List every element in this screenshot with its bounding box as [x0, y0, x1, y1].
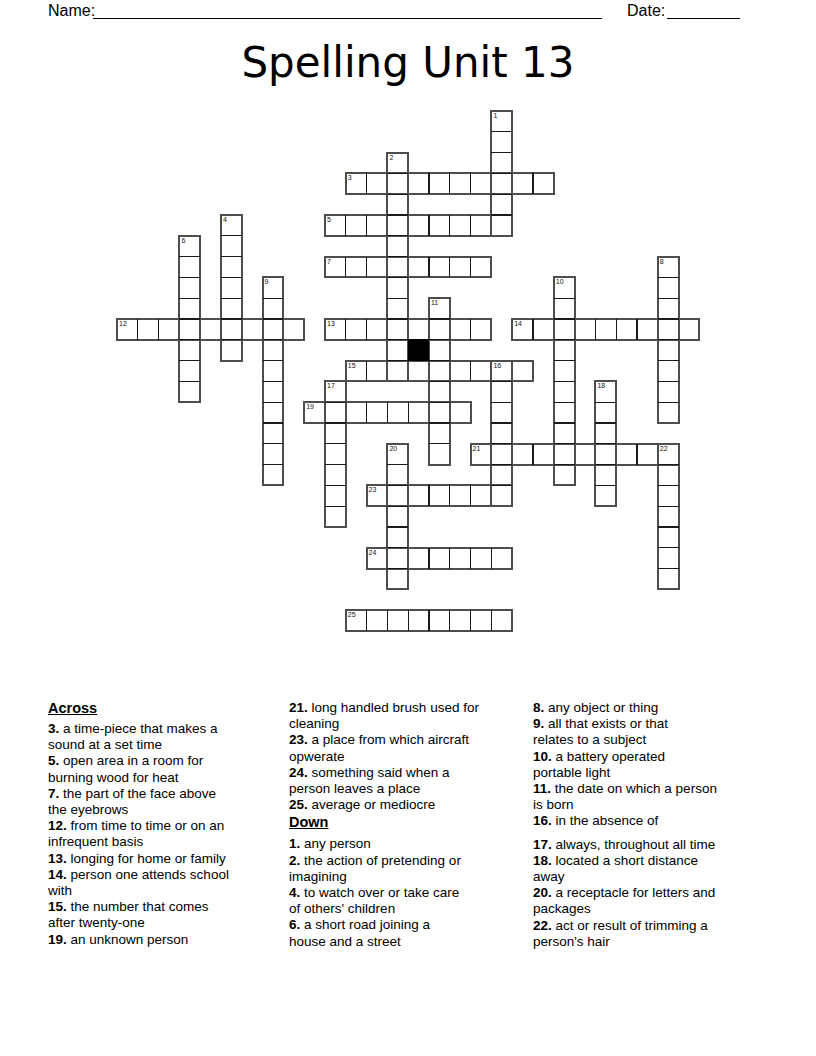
- grid-line: [491, 402, 512, 403]
- cell-number-13: 13: [325, 319, 335, 328]
- grid-line: [428, 173, 429, 194]
- grid-line: [263, 402, 284, 403]
- grid-line: [532, 319, 533, 340]
- grid-line: [179, 256, 200, 257]
- cell-number-2: 2: [387, 153, 393, 162]
- clue-text: the number that comes after twenty-one: [48, 899, 209, 930]
- clue-number: 21.: [289, 700, 308, 715]
- grid-line: [387, 610, 388, 631]
- grid-line: [221, 339, 242, 340]
- clue-13-across: 13. longing for home or family: [48, 851, 286, 867]
- cell-number-6: 6: [179, 236, 185, 245]
- grid-line: [470, 485, 471, 506]
- date-label: Date:: [627, 2, 665, 20]
- grid-line: [345, 215, 346, 236]
- grid-line: [470, 319, 471, 340]
- clue-number: 13.: [48, 851, 67, 866]
- clue-number: 1.: [289, 836, 300, 851]
- cell-number-22: 22: [658, 444, 668, 453]
- clue-number: 18.: [533, 853, 552, 868]
- clue-number: 25.: [289, 797, 308, 812]
- clue-text: any object or thing: [544, 700, 658, 715]
- grid-line: [387, 464, 408, 465]
- clue-number: 15.: [48, 899, 67, 914]
- clue-text: average or mediocre: [308, 797, 436, 812]
- grid-line: [366, 215, 367, 236]
- clue-number: 10.: [533, 749, 552, 764]
- grid-line: [263, 339, 284, 340]
- grid-line: [428, 610, 429, 631]
- grid-line: [345, 319, 346, 340]
- grid-line: [491, 131, 512, 132]
- grid-line: [658, 298, 679, 299]
- grid-line: [491, 485, 512, 486]
- grid-line: [263, 318, 284, 319]
- down-clue-list: 1. any person2. the action of pretending…: [289, 836, 529, 949]
- grid-line: [325, 506, 346, 507]
- clue-18-down: 18. located a short distance away: [533, 853, 786, 885]
- across-heading: Across: [48, 700, 286, 716]
- grid-line: [387, 402, 388, 423]
- grid-line: [179, 277, 200, 278]
- clue-text: long handled brush used for cleaning: [289, 700, 479, 731]
- grid-line: [387, 298, 408, 299]
- grid-line: [387, 547, 408, 548]
- grid-line: [221, 277, 242, 278]
- clue-number: 2.: [289, 853, 300, 868]
- cell-number-10: 10: [554, 277, 564, 286]
- grid-line: [387, 506, 408, 507]
- grid-line: [429, 443, 450, 444]
- clue-21-across: 21. long handled brush used for cleaning: [289, 700, 529, 732]
- clue-number: 9.: [533, 716, 544, 731]
- grid-line: [325, 443, 346, 444]
- grid-line: [636, 319, 637, 340]
- clue-number: 24.: [289, 765, 308, 780]
- down-clue-list-continued: 8. any object or thing9. all that exists…: [533, 700, 786, 950]
- clue-number: 6.: [289, 917, 300, 932]
- grid-line: [658, 526, 679, 527]
- grid-line: [325, 402, 346, 403]
- grid-line: [491, 214, 512, 215]
- clue-number: 11.: [533, 781, 551, 796]
- grid-line: [595, 443, 616, 444]
- grid-line: [636, 444, 637, 465]
- clue-text: something said when a person leaves a pl…: [289, 765, 450, 796]
- grid-line: [366, 402, 367, 423]
- grid-line: [595, 422, 616, 423]
- clue-number: 4.: [289, 885, 300, 900]
- name-label: Name:: [48, 2, 95, 20]
- grid-line: [387, 360, 408, 361]
- grid-line: [428, 548, 429, 569]
- grid-line: [366, 173, 367, 194]
- clue-9-down: 9. all that exists or that relates to a …: [533, 716, 786, 748]
- grid-line: [263, 443, 284, 444]
- grid-line: [387, 318, 408, 319]
- grid-line: [221, 256, 242, 257]
- cell-number-12: 12: [117, 319, 127, 328]
- grid-line: [263, 422, 284, 423]
- grid-line: [429, 339, 450, 340]
- clue-25-across: 25. average or mediocre: [289, 797, 529, 813]
- grid-line: [158, 319, 159, 340]
- grid-line: [179, 318, 200, 319]
- cell-number-18: 18: [595, 381, 605, 390]
- clue-number: 19.: [48, 932, 67, 947]
- clue-6-down: 6. a short road joining a house and a st…: [289, 917, 529, 949]
- clue-column-1: Across 3. a time-piece that makes a soun…: [48, 700, 286, 948]
- clue-number: 7.: [48, 786, 59, 801]
- grid-line: [449, 485, 450, 506]
- grid-line: [491, 548, 492, 569]
- clue-10-down: 10. a battery operated portable light: [533, 749, 786, 781]
- clue-text: a short road joining a house and a stree…: [289, 917, 430, 948]
- across-clue-list-continued: 21. long handled brush used for cleaning…: [289, 700, 529, 813]
- grid-line: [595, 485, 616, 486]
- grid-line: [658, 485, 679, 486]
- grid-line: [658, 318, 679, 319]
- grid-line: [429, 402, 450, 403]
- grid-line: [491, 422, 512, 423]
- grid-line: [221, 235, 242, 236]
- date-blank-line: [667, 18, 740, 19]
- clue-2-down: 2. the action of pretending or imagining: [289, 853, 529, 885]
- grid-line: [658, 381, 679, 382]
- grid-line: [387, 526, 408, 527]
- grid-line: [221, 298, 242, 299]
- grid-line: [179, 381, 200, 382]
- grid-line: [366, 257, 367, 278]
- clue-text: longing for home or family: [67, 851, 226, 866]
- clue-number: 22.: [533, 918, 552, 933]
- cell-number-19: 19: [304, 402, 314, 411]
- grid-line: [491, 464, 512, 465]
- clue-text: a place from which aircraft opwerate: [289, 732, 469, 763]
- clue-number: 17.: [533, 837, 552, 852]
- clue-15-across: 15. the number that comes after twenty-o…: [48, 899, 286, 931]
- cell-number-3: 3: [346, 173, 352, 182]
- grid-line: [658, 547, 679, 548]
- cell-number-17: 17: [325, 381, 335, 390]
- cell-number-15: 15: [346, 361, 356, 370]
- clue-5-across: 5. open area in a room for burning wood …: [48, 753, 286, 785]
- crossword-grid: 3571213141519212324251246891011161718202…: [117, 111, 700, 631]
- clue-text: a battery operated portable light: [533, 749, 665, 780]
- grid-line: [325, 464, 346, 465]
- clue-text: person one attends school with: [48, 867, 229, 898]
- grid-line: [491, 152, 512, 153]
- grid-line: [449, 610, 450, 631]
- grid-line: [387, 256, 408, 257]
- grid-line: [554, 360, 575, 361]
- grid-line: [366, 361, 367, 382]
- cell-number-9: 9: [263, 277, 269, 286]
- grid-line: [345, 257, 346, 278]
- grid-line: [554, 318, 575, 319]
- grid-line: [179, 298, 200, 299]
- clue-text: the action of pretending or imagining: [289, 853, 461, 884]
- clue-number: 16.: [533, 813, 552, 828]
- grid-line: [366, 610, 367, 631]
- page-title: Spelling Unit 13: [0, 38, 816, 87]
- cell-number-4: 4: [221, 215, 227, 224]
- clue-14-across: 14. person one attends school with: [48, 867, 286, 899]
- cell-number-23: 23: [367, 485, 377, 494]
- word-2-down: [386, 152, 409, 383]
- grid-line: [470, 173, 471, 194]
- cell-number-25: 25: [346, 610, 356, 619]
- grid-line: [428, 257, 429, 278]
- grid-line: [491, 381, 512, 382]
- grid-line: [179, 339, 200, 340]
- grid-line: [387, 277, 408, 278]
- grid-line: [263, 298, 284, 299]
- clue-number: 12.: [48, 818, 67, 833]
- grid-line: [428, 485, 429, 506]
- name-blank-line: [93, 18, 602, 19]
- grid-line: [429, 381, 450, 382]
- grid-line: [449, 173, 450, 194]
- clue-24-across: 24. something said when a person leaves …: [289, 765, 529, 797]
- clue-3-across: 3. a time-piece that makes a sound at a …: [48, 721, 286, 753]
- clue-text: act or result of trimming a person's hai…: [533, 918, 708, 949]
- cell-number-7: 7: [325, 257, 331, 266]
- grid-line: [387, 214, 408, 215]
- clue-23-across: 23. a place from which aircraft opwerate: [289, 732, 529, 764]
- grid-line: [449, 257, 450, 278]
- clue-text: the date on which a person is born: [533, 781, 717, 812]
- grid-line: [554, 464, 575, 465]
- clue-text: located a short distance away: [533, 853, 698, 884]
- grid-line: [470, 257, 471, 278]
- cell-number-16: 16: [491, 361, 501, 370]
- grid-line: [532, 173, 533, 194]
- grid-line: [408, 610, 409, 631]
- clue-number: 5.: [48, 753, 59, 768]
- grid-line: [595, 319, 596, 340]
- grid-line: [658, 339, 679, 340]
- clue-column-2: 21. long handled brush used for cleaning…: [289, 700, 529, 950]
- clue-19-across: 19. an unknown person: [48, 932, 286, 948]
- clue-text: an unknown person: [67, 932, 189, 947]
- grid-line: [470, 361, 471, 382]
- grid-line: [554, 298, 575, 299]
- grid-line: [470, 215, 471, 236]
- grid-line: [263, 360, 284, 361]
- cell-number-20: 20: [387, 444, 397, 453]
- grid-line: [595, 464, 616, 465]
- grid-line: [325, 422, 346, 423]
- grid-line: [658, 568, 679, 569]
- cell-number-8: 8: [658, 257, 664, 266]
- clue-text: from time to time or on an infrequent ba…: [48, 818, 224, 849]
- grid-line: [658, 464, 679, 465]
- clue-text: always, throughout all time: [552, 837, 716, 852]
- clue-16-down: 16. in the absence of: [533, 813, 786, 829]
- grid-line: [387, 339, 408, 340]
- grid-line: [429, 318, 450, 319]
- grid-line: [532, 444, 533, 465]
- clue-1-down: 1. any person: [289, 836, 529, 852]
- grid-line: [658, 506, 679, 507]
- across-clue-list: 3. a time-piece that makes a sound at a …: [48, 721, 286, 948]
- clue-number: 3.: [48, 721, 59, 736]
- clue-22-down: 22. act or result of trimming a person's…: [533, 918, 786, 950]
- grid-line: [554, 402, 575, 403]
- clue-4-down: 4. to watch over or take care of others'…: [289, 885, 529, 917]
- grid-line: [221, 318, 242, 319]
- cell-number-21: 21: [471, 444, 481, 453]
- grid-line: [325, 485, 346, 486]
- grid-line: [387, 568, 408, 569]
- grid-line: [491, 194, 512, 195]
- clue-text: open area in a room for burning wood for…: [48, 753, 203, 784]
- grid-line: [658, 277, 679, 278]
- clue-8-down: 8. any object or thing: [533, 700, 786, 716]
- grid-line: [554, 422, 575, 423]
- grid-line: [429, 422, 450, 423]
- clue-7-across: 7. the part of the face above the eyebro…: [48, 786, 286, 818]
- clue-column-3: 8. any object or thing9. all that exists…: [533, 700, 786, 950]
- grid-line: [408, 402, 409, 423]
- grid-line: [263, 464, 284, 465]
- grid-line: [491, 610, 492, 631]
- grid-line: [616, 319, 617, 340]
- grid-line: [595, 402, 616, 403]
- grid-line: [658, 402, 679, 403]
- grid-line: [387, 235, 408, 236]
- cell-number-24: 24: [367, 548, 377, 557]
- clue-11-down: 11. the date on which a person is born: [533, 781, 786, 813]
- cell-number-1: 1: [491, 111, 497, 120]
- grid-line: [554, 381, 575, 382]
- grid-line: [449, 548, 450, 569]
- clue-20-down: 20. a receptacle for letters and package…: [533, 885, 786, 917]
- grid-line: [428, 215, 429, 236]
- grid-line: [387, 173, 408, 174]
- grid-line: [387, 485, 408, 486]
- grid-line: [387, 194, 408, 195]
- clue-text: any person: [300, 836, 371, 851]
- clue-text: in the absence of: [552, 813, 659, 828]
- grid-line: [263, 381, 284, 382]
- clue-text: a receptacle for letters and packages: [533, 885, 715, 916]
- cell-number-11: 11: [429, 298, 438, 307]
- grid-line: [491, 443, 512, 444]
- clue-number: 23.: [289, 732, 308, 747]
- worksheet-page: Name: Date: Spelling Unit 13 35712131415…: [0, 0, 816, 1056]
- grid-line: [137, 319, 138, 340]
- clue-17-down: 17. always, throughout all time: [533, 837, 786, 853]
- down-heading: Down: [289, 814, 529, 830]
- grid-line: [429, 360, 450, 361]
- word-5-across: [324, 214, 513, 237]
- grid-line: [491, 173, 512, 174]
- clue-text: the part of the face above the eyebrows: [48, 786, 216, 817]
- grid-line: [470, 548, 471, 569]
- clue-12-across: 12. from time to time or on an infrequen…: [48, 818, 286, 850]
- grid-line: [554, 443, 575, 444]
- grid-line: [470, 610, 471, 631]
- cell-number-14: 14: [512, 319, 522, 328]
- grid-line: [366, 319, 367, 340]
- clue-text: a time-piece that makes a sound at a set…: [48, 721, 218, 752]
- clue-number: 20.: [533, 885, 552, 900]
- cell-number-5: 5: [325, 215, 331, 224]
- black-cell: [408, 339, 430, 361]
- grid-line: [658, 360, 679, 361]
- grid-line: [449, 215, 450, 236]
- clue-number: 14.: [48, 867, 67, 882]
- clue-text: to watch over or take care of others' ch…: [289, 885, 459, 916]
- grid-line: [554, 339, 575, 340]
- clue-number: 8.: [533, 700, 544, 715]
- grid-line: [179, 360, 200, 361]
- clue-text: all that exists or that relates to a sub…: [533, 716, 668, 747]
